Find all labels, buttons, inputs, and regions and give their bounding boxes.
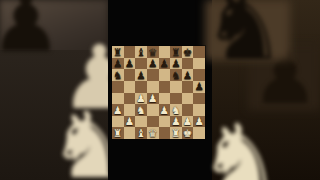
square-b2[interactable]: ♟	[124, 116, 136, 128]
square-g4[interactable]	[182, 93, 194, 105]
white-knight-piece[interactable]: ♞	[136, 105, 145, 116]
square-c3[interactable]: ♞	[135, 104, 147, 116]
white-pawn-piece[interactable]: ♟	[125, 116, 134, 127]
square-g1[interactable]: ♚	[182, 127, 194, 139]
square-e8[interactable]	[159, 46, 171, 58]
square-a1[interactable]: ♜	[112, 127, 124, 139]
black-pawn-piece[interactable]: ♟	[183, 70, 192, 81]
blurred-black-pawn-top-left-icon: ♟	[0, 0, 62, 64]
white-queen-piece[interactable]: ♛	[148, 128, 157, 139]
square-g8[interactable]: ♚	[182, 46, 194, 58]
white-bishop-piece[interactable]: ♝	[136, 128, 145, 139]
square-d2[interactable]	[147, 116, 159, 128]
black-pawn-piece[interactable]: ♟	[125, 58, 134, 69]
square-d3[interactable]	[147, 104, 159, 116]
square-g7[interactable]	[182, 58, 194, 70]
square-a7[interactable]: ♟	[112, 58, 124, 70]
square-b6[interactable]	[124, 69, 136, 81]
square-f4[interactable]	[170, 93, 182, 105]
square-b1[interactable]	[124, 127, 136, 139]
square-d4[interactable]: ♟	[147, 93, 159, 105]
square-d5[interactable]	[147, 81, 159, 93]
blurred-white-knight-bottom-right-icon: ♞	[198, 112, 282, 180]
square-a4[interactable]	[112, 93, 124, 105]
square-c2[interactable]	[135, 116, 147, 128]
square-f7[interactable]: ♟	[170, 58, 182, 70]
square-d7[interactable]: ♟	[147, 58, 159, 70]
square-c7[interactable]	[135, 58, 147, 70]
square-f8[interactable]: ♜	[170, 46, 182, 58]
black-pawn-piece[interactable]: ♟	[194, 81, 203, 92]
square-c4[interactable]: ♟	[135, 93, 147, 105]
square-g6[interactable]: ♟	[182, 69, 194, 81]
black-bishop-piece[interactable]: ♝	[136, 47, 145, 58]
square-c1[interactable]: ♝	[135, 127, 147, 139]
square-e6[interactable]	[159, 69, 171, 81]
white-king-piece[interactable]: ♚	[183, 128, 192, 139]
square-e7[interactable]: ♟	[159, 58, 171, 70]
square-h6[interactable]	[193, 69, 205, 81]
white-pawn-piece[interactable]: ♟	[148, 93, 157, 104]
square-a3[interactable]: ♟	[112, 104, 124, 116]
chess-board: ♜♝♛♜♚♟♟♟♟♟♞♟♞♟♟♟♟♟♞♟♞♟♟♟♟♜♝♛♜♚	[112, 46, 205, 139]
square-b8[interactable]	[124, 46, 136, 58]
white-rook-piece[interactable]: ♜	[171, 128, 180, 139]
square-h8[interactable]	[193, 46, 205, 58]
black-pawn-piece[interactable]: ♟	[113, 58, 122, 69]
square-e4[interactable]	[159, 93, 171, 105]
square-d1[interactable]: ♛	[147, 127, 159, 139]
square-b3[interactable]	[124, 104, 136, 116]
square-b7[interactable]: ♟	[124, 58, 136, 70]
white-knight-piece[interactable]: ♞	[171, 105, 180, 116]
square-g3[interactable]	[182, 104, 194, 116]
white-pawn-piece[interactable]: ♟	[171, 116, 180, 127]
square-h2[interactable]: ♟	[193, 116, 205, 128]
square-c6[interactable]: ♟	[135, 69, 147, 81]
square-g2[interactable]: ♟	[182, 116, 194, 128]
square-h3[interactable]	[193, 104, 205, 116]
white-pawn-piece[interactable]: ♟	[160, 105, 169, 116]
black-knight-piece[interactable]: ♞	[113, 70, 122, 81]
square-f3[interactable]: ♞	[170, 104, 182, 116]
square-f6[interactable]: ♞	[170, 69, 182, 81]
black-pawn-piece[interactable]: ♟	[160, 58, 169, 69]
black-rook-piece[interactable]: ♜	[113, 47, 122, 58]
white-pawn-piece[interactable]: ♟	[113, 105, 122, 116]
square-h5[interactable]: ♟	[193, 81, 205, 93]
square-b4[interactable]	[124, 93, 136, 105]
square-a6[interactable]: ♞	[112, 69, 124, 81]
square-d8[interactable]: ♛	[147, 46, 159, 58]
black-queen-piece[interactable]: ♛	[148, 47, 157, 58]
square-e3[interactable]: ♟	[159, 104, 171, 116]
square-f2[interactable]: ♟	[170, 116, 182, 128]
square-e5[interactable]	[159, 81, 171, 93]
black-pawn-piece[interactable]: ♟	[136, 70, 145, 81]
square-h7[interactable]	[193, 58, 205, 70]
square-b5[interactable]	[124, 81, 136, 93]
square-c8[interactable]: ♝	[135, 46, 147, 58]
square-f5[interactable]	[170, 81, 182, 93]
square-c5[interactable]	[135, 81, 147, 93]
square-h1[interactable]	[193, 127, 205, 139]
video-frame: ♟ ♟ ♞ ♟ ♞ ♞ ♜♝♛♜♚♟♟♟♟♟♞♟♞♟♟♟♟♟♞♟♞♟♟♟♟♜♝♛…	[0, 0, 320, 180]
black-pawn-piece[interactable]: ♟	[171, 58, 180, 69]
black-pawn-piece[interactable]: ♟	[148, 58, 157, 69]
square-a5[interactable]	[112, 81, 124, 93]
white-pawn-piece[interactable]: ♟	[183, 116, 192, 127]
black-rook-piece[interactable]: ♜	[171, 47, 180, 58]
square-g5[interactable]	[182, 81, 194, 93]
square-f1[interactable]: ♜	[170, 127, 182, 139]
black-king-piece[interactable]: ♚	[183, 47, 192, 58]
square-a2[interactable]	[112, 116, 124, 128]
black-knight-piece[interactable]: ♞	[171, 70, 180, 81]
square-e1[interactable]	[159, 127, 171, 139]
square-h4[interactable]	[193, 93, 205, 105]
white-rook-piece[interactable]: ♜	[113, 128, 122, 139]
square-d6[interactable]	[147, 69, 159, 81]
white-pawn-piece[interactable]: ♟	[194, 116, 203, 127]
square-e2[interactable]	[159, 116, 171, 128]
white-pawn-piece[interactable]: ♟	[136, 93, 145, 104]
blurred-black-knight-top-right-icon: ♞	[202, 0, 286, 74]
square-a8[interactable]: ♜	[112, 46, 124, 58]
